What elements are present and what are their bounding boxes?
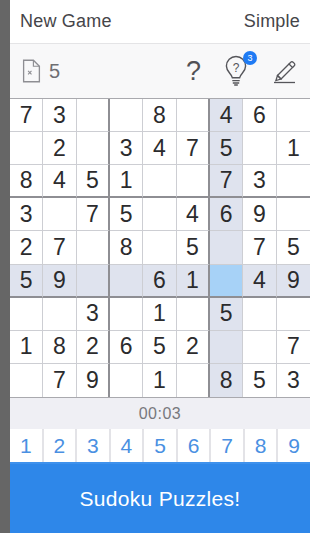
keypad-9[interactable]: 9 bbox=[278, 429, 310, 462]
cell-r6c4[interactable] bbox=[110, 265, 143, 298]
notes-button[interactable] bbox=[271, 58, 298, 85]
cell-r1c6[interactable] bbox=[177, 99, 210, 132]
hint-button[interactable]: ? 3 bbox=[223, 55, 251, 87]
cell-r1c8[interactable]: 6 bbox=[243, 99, 276, 132]
cell-r5c9[interactable]: 5 bbox=[277, 231, 310, 264]
cell-r2c2[interactable]: 2 bbox=[43, 132, 76, 165]
cell-r5c8[interactable]: 7 bbox=[243, 231, 276, 264]
cell-r3c4[interactable]: 1 bbox=[110, 165, 143, 198]
cell-r5c4[interactable]: 8 bbox=[110, 231, 143, 264]
cell-r4c6[interactable]: 4 bbox=[177, 198, 210, 231]
cell-r1c5[interactable]: 8 bbox=[143, 99, 176, 132]
cell-r8c2[interactable]: 8 bbox=[43, 331, 76, 364]
cell-r4c5[interactable] bbox=[143, 198, 176, 231]
cell-r3c8[interactable]: 3 bbox=[243, 165, 276, 198]
cell-r4c2[interactable] bbox=[43, 198, 76, 231]
cell-r1c7[interactable]: 4 bbox=[210, 99, 243, 132]
cell-r9c5[interactable]: 1 bbox=[143, 364, 176, 397]
cell-r7c6[interactable] bbox=[177, 298, 210, 331]
cell-r8c3[interactable]: 2 bbox=[77, 331, 110, 364]
pencil-icon bbox=[271, 58, 298, 85]
cell-r5c5[interactable] bbox=[143, 231, 176, 264]
cell-r8c8[interactable] bbox=[243, 331, 276, 364]
cell-r3c9[interactable] bbox=[277, 165, 310, 198]
mistakes-indicator: 5 bbox=[22, 59, 60, 83]
mistakes-page-icon bbox=[22, 59, 41, 83]
cell-r6c6[interactable]: 1 bbox=[177, 265, 210, 298]
cell-r7c1[interactable] bbox=[10, 298, 43, 331]
cell-r2c7[interactable]: 5 bbox=[210, 132, 243, 165]
cell-r4c9[interactable] bbox=[277, 198, 310, 231]
keypad-3[interactable]: 3 bbox=[77, 429, 109, 462]
cell-r8c9[interactable]: 7 bbox=[277, 331, 310, 364]
cell-r7c2[interactable] bbox=[43, 298, 76, 331]
app-screen: New Game Simple 5 ? ? bbox=[10, 0, 310, 533]
new-game-button[interactable]: New Game bbox=[20, 11, 112, 32]
cell-r2c4[interactable]: 3 bbox=[110, 132, 143, 165]
ad-banner[interactable]: Sudoku Puzzles! bbox=[10, 462, 310, 533]
cell-r8c4[interactable]: 6 bbox=[110, 331, 143, 364]
cell-r2c6[interactable]: 7 bbox=[177, 132, 210, 165]
hint-count-badge: 3 bbox=[243, 51, 257, 65]
cell-r1c3[interactable] bbox=[77, 99, 110, 132]
cell-r9c8[interactable]: 5 bbox=[243, 364, 276, 397]
number-keypad: 123456789 bbox=[10, 429, 310, 462]
cell-r6c9[interactable]: 9 bbox=[277, 265, 310, 298]
cell-r7c3[interactable]: 3 bbox=[77, 298, 110, 331]
cell-r9c2[interactable]: 7 bbox=[43, 364, 76, 397]
help-button[interactable]: ? bbox=[184, 58, 203, 85]
cell-r9c1[interactable] bbox=[10, 364, 43, 397]
cell-r3c5[interactable] bbox=[143, 165, 176, 198]
cell-r2c1[interactable] bbox=[10, 132, 43, 165]
cell-r8c5[interactable]: 5 bbox=[143, 331, 176, 364]
cell-r1c2[interactable]: 3 bbox=[43, 99, 76, 132]
cell-r9c4[interactable] bbox=[110, 364, 143, 397]
cell-r3c6[interactable] bbox=[177, 165, 210, 198]
cell-r7c8[interactable] bbox=[243, 298, 276, 331]
cell-r5c3[interactable] bbox=[77, 231, 110, 264]
svg-text:?: ? bbox=[233, 61, 240, 75]
difficulty-button[interactable]: Simple bbox=[244, 11, 300, 32]
cell-r1c9[interactable] bbox=[277, 99, 310, 132]
cell-r9c6[interactable] bbox=[177, 364, 210, 397]
cell-r8c7[interactable] bbox=[210, 331, 243, 364]
cell-r6c5[interactable]: 6 bbox=[143, 265, 176, 298]
timer: 00:03 bbox=[139, 405, 182, 423]
sudoku-board: 7384623475184517337546927857559614931518… bbox=[10, 98, 310, 398]
timer-band: 00:03 bbox=[10, 398, 310, 429]
cell-r5c7[interactable] bbox=[210, 231, 243, 264]
cell-r4c4[interactable]: 5 bbox=[110, 198, 143, 231]
cell-r7c4[interactable] bbox=[110, 298, 143, 331]
keypad-2[interactable]: 2 bbox=[44, 429, 76, 462]
mistakes-count: 5 bbox=[49, 60, 60, 83]
cell-r8c1[interactable]: 1 bbox=[10, 331, 43, 364]
cell-r1c4[interactable] bbox=[110, 99, 143, 132]
cell-r3c1[interactable]: 8 bbox=[10, 165, 43, 198]
toolbar: 5 ? ? 3 bbox=[10, 44, 310, 98]
cell-r3c3[interactable]: 5 bbox=[77, 165, 110, 198]
cell-r2c3[interactable] bbox=[77, 132, 110, 165]
keypad-6[interactable]: 6 bbox=[178, 429, 210, 462]
cell-r6c7[interactable] bbox=[210, 265, 243, 298]
keypad-7[interactable]: 7 bbox=[211, 429, 243, 462]
cell-r2c9[interactable]: 1 bbox=[277, 132, 310, 165]
cell-r9c9[interactable]: 3 bbox=[277, 364, 310, 397]
cell-r7c9[interactable] bbox=[277, 298, 310, 331]
keypad-8[interactable]: 8 bbox=[245, 429, 277, 462]
keypad-5[interactable]: 5 bbox=[144, 429, 176, 462]
cell-r9c3[interactable]: 9 bbox=[77, 364, 110, 397]
cell-r6c3[interactable] bbox=[77, 265, 110, 298]
nav-bar: New Game Simple bbox=[10, 0, 310, 44]
cell-r6c1[interactable]: 5 bbox=[10, 265, 43, 298]
cell-r2c8[interactable] bbox=[243, 132, 276, 165]
cell-r5c2[interactable]: 7 bbox=[43, 231, 76, 264]
cell-r2c5[interactable]: 4 bbox=[143, 132, 176, 165]
cell-r3c7[interactable]: 7 bbox=[210, 165, 243, 198]
cell-r4c3[interactable]: 7 bbox=[77, 198, 110, 231]
ad-banner-label: Sudoku Puzzles! bbox=[80, 487, 241, 511]
cell-r4c1[interactable]: 3 bbox=[10, 198, 43, 231]
cell-r4c8[interactable]: 9 bbox=[243, 198, 276, 231]
cell-r9c7[interactable]: 8 bbox=[210, 364, 243, 397]
cell-r5c1[interactable]: 2 bbox=[10, 231, 43, 264]
cell-r7c5[interactable]: 1 bbox=[143, 298, 176, 331]
cell-r3c2[interactable]: 4 bbox=[43, 165, 76, 198]
cell-r6c2[interactable]: 9 bbox=[43, 265, 76, 298]
keypad-4[interactable]: 4 bbox=[111, 429, 143, 462]
cell-r7c7[interactable]: 5 bbox=[210, 298, 243, 331]
cell-r5c6[interactable]: 5 bbox=[177, 231, 210, 264]
keypad-1[interactable]: 1 bbox=[10, 429, 42, 462]
cell-r4c7[interactable]: 6 bbox=[210, 198, 243, 231]
cell-r8c6[interactable]: 2 bbox=[177, 331, 210, 364]
cell-r6c8[interactable]: 4 bbox=[243, 265, 276, 298]
cell-r1c1[interactable]: 7 bbox=[10, 99, 43, 132]
